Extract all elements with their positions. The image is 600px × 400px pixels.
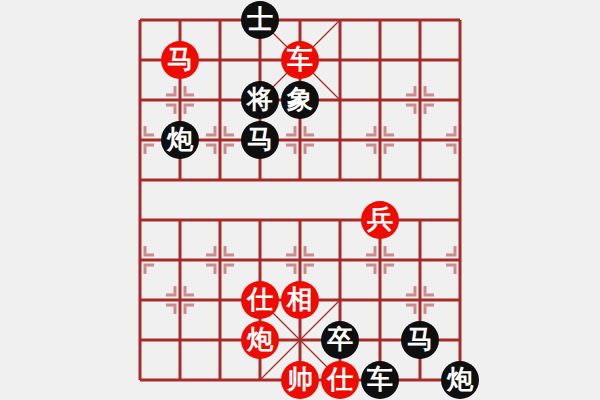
piece-black-cannon[interactable]: 炮: [161, 121, 199, 159]
piece-black-cannon[interactable]: 炮: [441, 361, 479, 399]
piece-black-horse[interactable]: 马: [241, 121, 279, 159]
piece-black-advisor[interactable]: 士: [241, 1, 279, 39]
piece-black-horse[interactable]: 马: [401, 321, 439, 359]
piece-red-cannon[interactable]: 炮: [241, 321, 279, 359]
piece-black-elephant[interactable]: 象: [281, 81, 319, 119]
xiangqi-board[interactable]: 士马车将象炮马兵仕相炮卒马帅仕车炮: [120, 0, 480, 400]
piece-red-advisor[interactable]: 仕: [321, 361, 359, 399]
piece-red-horse[interactable]: 马: [161, 41, 199, 79]
piece-red-general[interactable]: 帅: [281, 361, 319, 399]
xiangqi-app-screen: 士马车将象炮马兵仕相炮卒马帅仕车炮: [0, 0, 600, 400]
piece-red-soldier[interactable]: 兵: [361, 201, 399, 239]
piece-red-advisor[interactable]: 仕: [241, 281, 279, 319]
piece-black-chariot[interactable]: 车: [361, 361, 399, 399]
piece-black-soldier[interactable]: 卒: [321, 321, 359, 359]
piece-black-general[interactable]: 将: [241, 81, 279, 119]
piece-red-elephant[interactable]: 相: [281, 281, 319, 319]
piece-red-chariot[interactable]: 车: [281, 41, 319, 79]
